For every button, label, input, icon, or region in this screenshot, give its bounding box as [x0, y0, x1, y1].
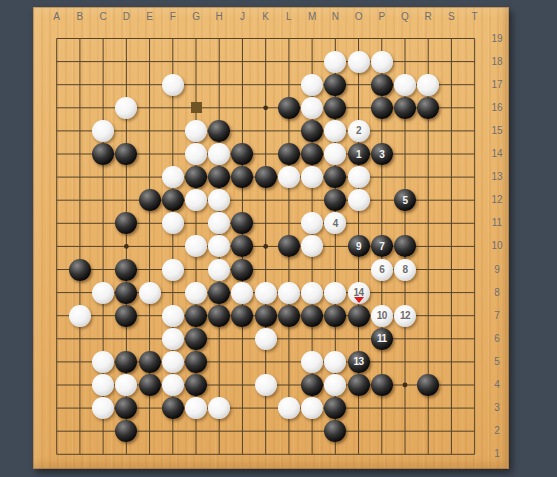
stone-white-F7 [162, 305, 184, 327]
stone-white-G8 [185, 282, 207, 304]
move-number-2: 2 [348, 120, 370, 142]
stone-black-D8 [115, 282, 137, 304]
col-label-L: L [281, 11, 297, 23]
stone-white-F4 [162, 374, 184, 396]
stone-black-E12 [139, 189, 161, 211]
row-label-7: 7 [487, 310, 507, 322]
stone-white-G14 [185, 143, 207, 165]
stone-black-G7 [185, 305, 207, 327]
col-label-F: F [165, 11, 181, 23]
stone-white-F9 [162, 259, 184, 281]
stone-black-P10: 7 [371, 235, 393, 257]
stone-black-O7 [348, 305, 370, 327]
col-label-B: B [72, 11, 88, 23]
row-label-8: 8 [487, 287, 507, 299]
stone-black-P4 [371, 374, 393, 396]
stone-white-K4 [255, 374, 277, 396]
stone-white-O12 [348, 189, 370, 211]
stone-white-P9: 6 [371, 259, 393, 281]
move-number-13: 13 [348, 351, 370, 373]
row-label-18: 18 [487, 56, 507, 68]
col-label-Q: Q [397, 11, 413, 23]
col-label-M: M [304, 11, 320, 23]
stone-white-F11 [162, 212, 184, 234]
move-number-9: 9 [348, 235, 370, 257]
stone-white-C4 [92, 374, 114, 396]
stone-white-E8 [139, 282, 161, 304]
stone-white-N18 [324, 51, 346, 73]
stone-white-P18 [371, 51, 393, 73]
app-background: { "game": "go", "app": { "background_col… [0, 0, 557, 477]
row-label-13: 13 [487, 171, 507, 183]
move-number-5: 5 [394, 189, 416, 211]
move-number-6: 6 [371, 259, 393, 281]
stone-white-L3 [278, 397, 300, 419]
stone-black-D9 [115, 259, 137, 281]
stone-white-Q9: 8 [394, 259, 416, 281]
stone-white-M8 [301, 282, 323, 304]
stone-black-K13 [255, 166, 277, 188]
stone-white-H9 [208, 259, 230, 281]
red-triangle-marker [354, 297, 364, 303]
col-label-A: A [49, 11, 65, 23]
row-label-11: 11 [487, 217, 507, 229]
stone-black-N17 [324, 74, 346, 96]
row-label-19: 19 [487, 33, 507, 45]
stone-black-P16 [371, 97, 393, 119]
stone-black-N16 [324, 97, 346, 119]
stone-black-E4 [139, 374, 161, 396]
row-label-12: 12 [487, 194, 507, 206]
stone-black-O14: 1 [348, 143, 370, 165]
col-label-K: K [258, 11, 274, 23]
row-label-2: 2 [487, 425, 507, 437]
stone-white-C8 [92, 282, 114, 304]
stone-black-Q16 [394, 97, 416, 119]
col-label-H: H [211, 11, 227, 23]
stone-white-B7 [69, 305, 91, 327]
stone-black-M15 [301, 120, 323, 142]
stone-white-C5 [92, 351, 114, 373]
stone-black-R16 [417, 97, 439, 119]
stone-white-D16 [115, 97, 137, 119]
col-label-D: D [118, 11, 134, 23]
stone-black-G13 [185, 166, 207, 188]
stone-white-Q7: 12 [394, 305, 416, 327]
stone-black-G6 [185, 328, 207, 350]
stone-white-O18 [348, 51, 370, 73]
stone-white-M17 [301, 74, 323, 96]
stone-black-M7 [301, 305, 323, 327]
stone-black-O4 [348, 374, 370, 396]
stone-white-P7: 10 [371, 305, 393, 327]
row-label-9: 9 [487, 264, 507, 276]
row-label-16: 16 [487, 102, 507, 114]
stone-black-M14 [301, 143, 323, 165]
stone-black-F12 [162, 189, 184, 211]
stone-black-L16 [278, 97, 300, 119]
stone-white-F5 [162, 351, 184, 373]
col-label-R: R [420, 11, 436, 23]
move-number-12: 12 [394, 305, 416, 327]
stone-white-M16 [301, 97, 323, 119]
col-label-E: E [142, 11, 158, 23]
stone-white-Q17 [394, 74, 416, 96]
move-number-8: 8 [394, 259, 416, 281]
stone-black-C14 [92, 143, 114, 165]
row-label-3: 3 [487, 402, 507, 414]
stone-white-J8 [231, 282, 253, 304]
stone-white-F13 [162, 166, 184, 188]
stone-white-O15: 2 [348, 120, 370, 142]
move-number-11: 11 [371, 328, 393, 350]
row-label-4: 4 [487, 379, 507, 391]
stone-black-K7 [255, 305, 277, 327]
move-number-1: 1 [348, 143, 370, 165]
stone-black-Q12: 5 [394, 189, 416, 211]
stone-black-B9 [69, 259, 91, 281]
stone-black-J9 [231, 259, 253, 281]
move-number-3: 3 [371, 143, 393, 165]
row-label-5: 5 [487, 356, 507, 368]
stone-white-N8 [324, 282, 346, 304]
col-label-T: T [467, 11, 483, 23]
stone-black-J7 [231, 305, 253, 327]
row-label-17: 17 [487, 79, 507, 91]
col-label-S: S [443, 11, 459, 23]
stone-black-N7 [324, 305, 346, 327]
stone-black-F3 [162, 397, 184, 419]
stone-white-L13 [278, 166, 300, 188]
stone-black-H8 [208, 282, 230, 304]
col-label-G: G [188, 11, 204, 23]
stone-black-D7 [115, 305, 137, 327]
stone-white-O13 [348, 166, 370, 188]
stone-black-P6: 11 [371, 328, 393, 350]
stone-white-R17 [417, 74, 439, 96]
stone-black-O10: 9 [348, 235, 370, 257]
col-label-C: C [95, 11, 111, 23]
move-number-4: 4 [324, 212, 346, 234]
row-label-14: 14 [487, 148, 507, 160]
stone-white-L8 [278, 282, 300, 304]
col-label-N: N [327, 11, 343, 23]
stone-black-L7 [278, 305, 300, 327]
stone-black-H7 [208, 305, 230, 327]
stone-black-G4 [185, 374, 207, 396]
stone-white-K6 [255, 328, 277, 350]
stone-black-P14: 3 [371, 143, 393, 165]
row-label-1: 1 [487, 448, 507, 460]
col-label-J: J [234, 11, 250, 23]
col-label-P: P [374, 11, 390, 23]
stone-white-K8 [255, 282, 277, 304]
square-marker [191, 102, 202, 113]
stone-white-F6 [162, 328, 184, 350]
stone-white-G15 [185, 120, 207, 142]
stone-black-O5: 13 [348, 351, 370, 373]
move-number-7: 7 [371, 235, 393, 257]
stone-white-G3 [185, 397, 207, 419]
stone-black-H15 [208, 120, 230, 142]
stone-white-F17 [162, 74, 184, 96]
row-label-6: 6 [487, 333, 507, 345]
row-label-15: 15 [487, 125, 507, 137]
stone-black-P17 [371, 74, 393, 96]
stone-black-E5 [139, 351, 161, 373]
move-number-10: 10 [371, 305, 393, 327]
stone-black-M4 [301, 374, 323, 396]
stone-white-N11: 4 [324, 212, 346, 234]
col-label-O: O [351, 11, 367, 23]
row-label-10: 10 [487, 240, 507, 252]
stone-white-M5 [301, 351, 323, 373]
stone-black-L14 [278, 143, 300, 165]
stone-white-C15 [92, 120, 114, 142]
stone-black-G5 [185, 351, 207, 373]
